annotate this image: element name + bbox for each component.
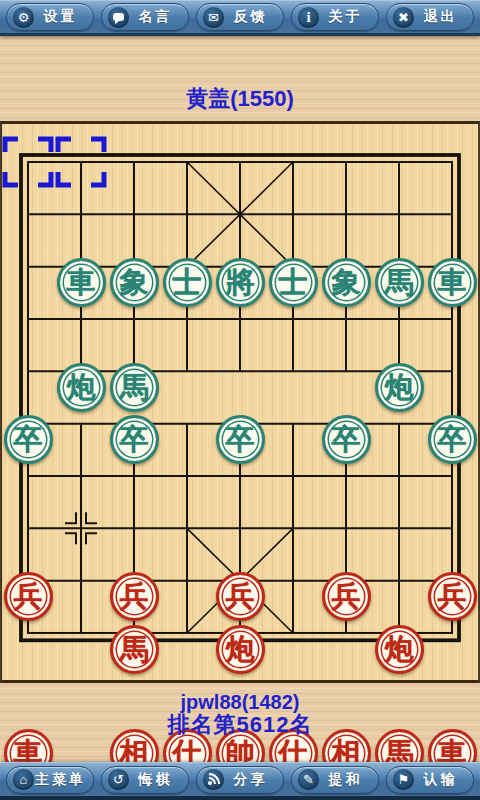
board-point[interactable] [2, 361, 55, 413]
home-icon: ⌂ [13, 769, 34, 790]
board-point[interactable]: 象 [108, 257, 161, 309]
board-point[interactable]: 兵 [426, 571, 479, 623]
board-point[interactable]: 馬 [108, 361, 161, 413]
undo-icon: ↺ [108, 769, 129, 790]
red-soldier[interactable]: 兵 [4, 572, 53, 621]
black-soldier[interactable]: 卒 [110, 415, 159, 464]
board-point[interactable] [426, 518, 479, 570]
settings-button-label: 设置 [34, 8, 93, 26]
board-point[interactable] [161, 414, 214, 466]
main-menu-button[interactable]: ⌂ 主菜单 [6, 766, 94, 794]
board-point[interactable] [2, 257, 55, 309]
board-point[interactable] [214, 361, 267, 413]
player-rank: 排名第5612名 [0, 710, 480, 740]
black-general[interactable]: 將 [216, 258, 265, 307]
black-advisor[interactable]: 士 [163, 258, 212, 307]
undo-move-button[interactable]: ↺ 悔棋 [101, 766, 189, 794]
black-horse[interactable]: 馬 [110, 363, 159, 412]
xiangqi-board[interactable]: 車象士將士象馬車炮馬炮卒卒卒卒卒兵兵兵兵兵馬炮炮車相仕帥仕相馬車 [0, 121, 480, 683]
board-point[interactable] [161, 466, 214, 518]
board-point[interactable]: 卒 [426, 414, 479, 466]
black-soldier[interactable]: 卒 [428, 415, 477, 464]
opponent-name-rating: 黄盖(1550) [0, 84, 480, 114]
board-point[interactable] [108, 466, 161, 518]
board-point[interactable] [214, 309, 267, 361]
black-cannon[interactable]: 炮 [375, 363, 424, 412]
board-point[interactable]: 馬 [373, 257, 426, 309]
red-horse[interactable]: 馬 [110, 625, 159, 674]
board-point[interactable]: 炮 [214, 623, 267, 675]
black-chariot[interactable]: 車 [57, 258, 106, 307]
envelope-icon: ✉ [203, 7, 224, 28]
feedback-button-label: 反馈 [224, 8, 283, 26]
board-point[interactable] [373, 571, 426, 623]
board-point[interactable]: 象 [320, 257, 373, 309]
board-point[interactable]: 卒 [320, 414, 373, 466]
about-button-label: 关于 [319, 8, 378, 26]
board-point[interactable] [55, 518, 108, 570]
black-advisor[interactable]: 士 [269, 258, 318, 307]
feedback-button[interactable]: ✉ 反馈 [196, 3, 284, 31]
board-point[interactable]: 炮 [373, 361, 426, 413]
gear-icon: ⚙ [13, 7, 34, 28]
board-point[interactable] [267, 309, 320, 361]
board-point[interactable]: 士 [161, 257, 214, 309]
black-soldier[interactable]: 卒 [4, 415, 53, 464]
board-point[interactable] [108, 309, 161, 361]
board-point[interactable]: 兵 [2, 571, 55, 623]
board-point[interactable] [426, 623, 479, 675]
board-point[interactable] [108, 518, 161, 570]
board-point[interactable] [161, 571, 214, 623]
quotes-button-label: 名言 [129, 8, 188, 26]
board-point[interactable] [161, 518, 214, 570]
settings-button[interactable]: ⚙ 设置 [6, 3, 94, 31]
flag-icon: ⚑ [393, 769, 414, 790]
board-point[interactable]: 將 [214, 257, 267, 309]
board-point[interactable] [267, 571, 320, 623]
board-point[interactable] [161, 361, 214, 413]
board-point[interactable] [214, 518, 267, 570]
board-point[interactable]: 士 [267, 257, 320, 309]
top-toolbar: ⚙ 设置 名言 ✉ 反馈 i 关于 ✖ 退出 [0, 0, 480, 36]
offer-draw-button-label: 提和 [319, 771, 378, 789]
black-soldier[interactable]: 卒 [216, 415, 265, 464]
bottom-toolbar: ⌂ 主菜单 ↺ 悔棋 分享 ✎ 提和 ⚑ 认输 [0, 762, 480, 800]
exit-button[interactable]: ✖ 退出 [386, 3, 474, 31]
board-point[interactable] [267, 623, 320, 675]
pencil-icon: ✎ [298, 769, 319, 790]
board-point[interactable] [2, 309, 55, 361]
share-button-label: 分享 [224, 771, 283, 789]
board-point[interactable]: 卒 [214, 414, 267, 466]
board-point[interactable]: 卒 [2, 414, 55, 466]
quotes-button[interactable]: 名言 [101, 3, 189, 31]
board-point[interactable] [373, 518, 426, 570]
red-cannon[interactable]: 炮 [216, 625, 265, 674]
info-icon: i [298, 7, 319, 28]
black-cannon[interactable]: 炮 [57, 363, 106, 412]
undo-move-button-label: 悔棋 [129, 771, 188, 789]
black-elephant[interactable]: 象 [322, 258, 371, 307]
exit-button-label: 退出 [414, 8, 473, 26]
board-point[interactable] [55, 571, 108, 623]
black-soldier[interactable]: 卒 [322, 415, 371, 464]
board-point[interactable] [55, 466, 108, 518]
red-cannon[interactable]: 炮 [375, 625, 424, 674]
board-point[interactable] [161, 309, 214, 361]
board-point[interactable] [55, 309, 108, 361]
main-menu-button-label: 主菜单 [34, 771, 93, 789]
board-point[interactable] [320, 466, 373, 518]
board-point[interactable] [320, 623, 373, 675]
board-point[interactable] [373, 466, 426, 518]
board-point[interactable] [267, 518, 320, 570]
board-point[interactable] [55, 623, 108, 675]
board-point[interactable]: 馬 [108, 623, 161, 675]
board-point[interactable] [320, 518, 373, 570]
black-elephant[interactable]: 象 [110, 258, 159, 307]
red-soldier[interactable]: 兵 [322, 572, 371, 621]
board-point[interactable] [214, 466, 267, 518]
speech-bubble-icon [108, 7, 129, 28]
board-point[interactable] [2, 623, 55, 675]
black-chariot[interactable]: 車 [428, 258, 477, 307]
board-point[interactable]: 卒 [108, 414, 161, 466]
board-point[interactable] [2, 518, 55, 570]
app-screen: ⚙ 设置 名言 ✉ 反馈 i 关于 ✖ 退出 黄盖(1550) 車象士將士象馬車… [0, 0, 480, 800]
red-soldier[interactable]: 兵 [110, 572, 159, 621]
board-point[interactable] [426, 466, 479, 518]
board-point[interactable] [320, 361, 373, 413]
board-point[interactable]: 兵 [320, 571, 373, 623]
resign-button[interactable]: ⚑ 认输 [386, 766, 474, 794]
board-point[interactable]: 兵 [214, 571, 267, 623]
board-point[interactable] [373, 309, 426, 361]
board-point[interactable] [320, 309, 373, 361]
board-point[interactable] [426, 309, 479, 361]
close-icon: ✖ [393, 7, 414, 28]
board-point[interactable]: 炮 [55, 361, 108, 413]
red-soldier[interactable]: 兵 [216, 572, 265, 621]
black-horse[interactable]: 馬 [375, 258, 424, 307]
board-point[interactable]: 車 [55, 257, 108, 309]
resign-button-label: 认输 [414, 771, 473, 789]
about-button[interactable]: i 关于 [291, 3, 379, 31]
offer-draw-button[interactable]: ✎ 提和 [291, 766, 379, 794]
board-point[interactable] [55, 414, 108, 466]
board-point[interactable] [426, 361, 479, 413]
board-point[interactable] [161, 623, 214, 675]
share-icon [203, 769, 224, 790]
board-point[interactable] [267, 466, 320, 518]
share-button[interactable]: 分享 [196, 766, 284, 794]
board-point[interactable]: 炮 [373, 623, 426, 675]
board-point[interactable] [267, 361, 320, 413]
board-point[interactable] [267, 414, 320, 466]
board-point[interactable] [373, 414, 426, 466]
board-point[interactable]: 兵 [108, 571, 161, 623]
red-soldier[interactable]: 兵 [428, 572, 477, 621]
board-point[interactable]: 車 [426, 257, 479, 309]
board-point[interactable] [2, 466, 55, 518]
